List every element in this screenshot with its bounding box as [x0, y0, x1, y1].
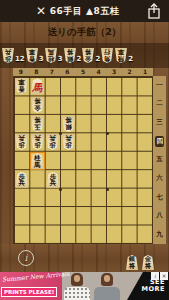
piece-kanji: 玉 — [34, 123, 41, 130]
board-zone: 987654321 一二三四五六七八九 香車馬金将玉将銀将歩兵歩兵歩兵歩兵桂馬歩… — [0, 68, 169, 244]
piece-kanji: 桂 — [47, 56, 54, 63]
ad-badge: PRINTS PLEASE! — [1, 287, 57, 297]
gote-hand-piece: 歩兵12 — [2, 48, 25, 63]
shogi-piece-馬: 馬 — [31, 78, 44, 94]
upper-wood-frame: 送りの手筋（2） 歩兵12香車3桂馬3銀将2金将2角行飛車2 — [0, 22, 169, 68]
piece-kanji: 将 — [66, 49, 73, 56]
piece-kanji: 歩 — [19, 142, 26, 149]
piece-kanji: 飛 — [118, 56, 125, 63]
rank-label-六: 六 — [153, 169, 166, 188]
file-label-7: 7 — [44, 68, 60, 76]
piece-kanji: 馬 — [32, 82, 42, 93]
shogi-piece-歩兵: 歩兵 — [46, 134, 59, 150]
shogi-piece-金将: 金将 — [82, 48, 94, 63]
star-point — [106, 132, 109, 135]
close-icon[interactable]: ✕ — [33, 3, 49, 19]
hand-piece-count: 2 — [77, 55, 82, 63]
file-labels: 987654321 — [13, 68, 153, 76]
shogi-piece-銀将: 銀将 — [64, 48, 76, 63]
shogi-piece-香車: 香車 — [15, 78, 28, 94]
shogi-piece-歩兵: 歩兵 — [15, 172, 28, 188]
gote-hand-piece: 銀将2 — [64, 48, 82, 63]
shogi-piece-角行: 角行 — [101, 48, 113, 63]
piece-kanji: 歩 — [5, 56, 12, 63]
piece-kanji: 香 — [29, 56, 36, 63]
gote-hand-piece: 飛車2 — [115, 48, 133, 63]
piece-kanji: 将 — [34, 98, 41, 105]
piece-kanji: 将 — [85, 49, 92, 56]
shogi-piece-玉将: 玉将 — [31, 116, 44, 132]
piece-kanji: 将 — [65, 117, 72, 124]
shogi-piece-銀将: 銀将 — [126, 255, 138, 270]
shogi-piece-香車: 香車 — [26, 48, 38, 63]
ad-close-icon[interactable]: ✕ — [160, 272, 168, 280]
hand-piece-count: 3 — [39, 55, 44, 63]
rank-label-一: 一 — [153, 76, 166, 95]
piece-kanji: 兵 — [34, 135, 41, 142]
info-icon[interactable]: i — [18, 250, 34, 266]
shogi-piece-歩兵: 歩兵 — [2, 48, 14, 63]
rank-label-四: 四 — [155, 136, 164, 147]
ad-tagline: Summer New Arrivals — [2, 272, 62, 283]
shogi-piece-歩兵: 歩兵 — [31, 134, 44, 150]
rank-label-三: 三 — [153, 113, 166, 132]
gote-hand-piece: 金将2 — [82, 48, 100, 63]
piece-kanji: 馬 — [47, 49, 54, 56]
gote-hand-piece: 香車3 — [26, 48, 44, 63]
piece-kanji: 歩 — [50, 142, 57, 149]
piece-kanji: 将 — [129, 263, 136, 270]
piece-kanji: 馬 — [34, 162, 41, 169]
ad-cta-line2: MORE — [142, 286, 165, 293]
shogi-piece-銀将: 銀将 — [62, 116, 75, 132]
rank-label-八: 八 — [153, 207, 166, 226]
sente-hand-tray: 銀将金将 — [126, 255, 155, 270]
sente-hand-piece: 金将 — [142, 255, 154, 270]
piece-kanji: 歩 — [65, 142, 72, 149]
file-label-3: 3 — [106, 68, 122, 76]
gote-hand-piece: 桂馬3 — [45, 48, 63, 63]
rank-labels: 一二三四五六七八九 — [153, 76, 166, 244]
ad-model-photo-left — [62, 273, 92, 300]
piece-kanji: 金 — [34, 105, 41, 112]
top-bar: ✕ 66手目 ▲8五桂 — [0, 0, 169, 22]
piece-kanji: 銀 — [66, 56, 73, 63]
piece-kanji: 角 — [104, 56, 111, 63]
piece-kanji: 将 — [145, 263, 152, 270]
piece-kanji: 行 — [104, 49, 111, 56]
shogi-piece-歩兵: 歩兵 — [46, 172, 59, 188]
shogi-piece-桂馬: 桂馬 — [31, 153, 44, 169]
star-point — [59, 188, 62, 191]
piece-kanji: 兵 — [5, 49, 12, 56]
file-label-9: 9 — [13, 68, 29, 76]
hand-piece-count: 12 — [15, 55, 25, 63]
shogi-piece-金将: 金将 — [142, 255, 154, 270]
piece-kanji: 歩 — [34, 142, 41, 149]
shogi-piece-歩兵: 歩兵 — [15, 134, 28, 150]
file-label-4: 4 — [91, 68, 107, 76]
file-label-6: 6 — [60, 68, 76, 76]
piece-kanji: 金 — [85, 56, 92, 63]
file-label-8: 8 — [29, 68, 45, 76]
ad-promo-panel[interactable]: Summer New Arrivals PRINTS PLEASE! — [0, 272, 62, 300]
ad-model-photo-right — [92, 273, 122, 300]
sente-hand-piece: 銀将 — [126, 255, 138, 270]
rank-label-五: 五 — [153, 151, 166, 170]
file-label-5: 5 — [75, 68, 91, 76]
piece-kanji: 兵 — [65, 135, 72, 142]
rank-label-九: 九 — [153, 225, 166, 244]
file-label-1: 1 — [137, 68, 153, 76]
gote-hand-piece: 角行 — [101, 48, 114, 63]
piece-kanji: 兵 — [50, 180, 57, 187]
piece-kanji: 車 — [29, 49, 36, 56]
hand-piece-count: 2 — [128, 55, 133, 63]
hand-piece-count: 2 — [95, 55, 100, 63]
piece-kanji: 兵 — [19, 180, 26, 187]
shogi-board: 香車馬金将玉将銀将歩兵歩兵歩兵歩兵桂馬歩兵歩兵 — [13, 76, 153, 244]
piece-kanji: 銀 — [65, 123, 72, 130]
file-label-2: 2 — [122, 68, 138, 76]
shogi-piece-金将: 金将 — [31, 97, 44, 113]
hand-piece-count: 3 — [58, 55, 63, 63]
rank-label-二: 二 — [153, 95, 166, 114]
piece-kanji: 車 — [19, 79, 26, 86]
piece-kanji: 車 — [118, 49, 125, 56]
piece-kanji: 兵 — [19, 135, 26, 142]
move-title: 66手目 ▲8五桂 — [0, 5, 169, 18]
shogi-piece-飛車: 飛車 — [115, 48, 127, 63]
ad-banner[interactable]: Summer New Arrivals PRINTS PLEASE! SEE M… — [0, 272, 169, 300]
adchoices-icon[interactable]: i — [151, 272, 159, 280]
star-point — [59, 132, 62, 135]
lesson-title: 送りの手筋（2） — [0, 26, 169, 39]
shogi-piece-桂馬: 桂馬 — [45, 48, 57, 63]
piece-kanji: 香 — [19, 86, 26, 93]
gote-hand-tray: 歩兵12香車3桂馬3銀将2金将2角行飛車2 — [0, 43, 169, 68]
piece-kanji: 将 — [34, 117, 41, 124]
shogi-piece-歩兵: 歩兵 — [62, 134, 75, 150]
rank-label-七: 七 — [153, 188, 166, 207]
star-point — [106, 188, 109, 191]
share-icon[interactable] — [147, 3, 161, 19]
piece-kanji: 兵 — [50, 135, 57, 142]
lower-wood-frame: i 銀将金将 — [0, 244, 169, 272]
